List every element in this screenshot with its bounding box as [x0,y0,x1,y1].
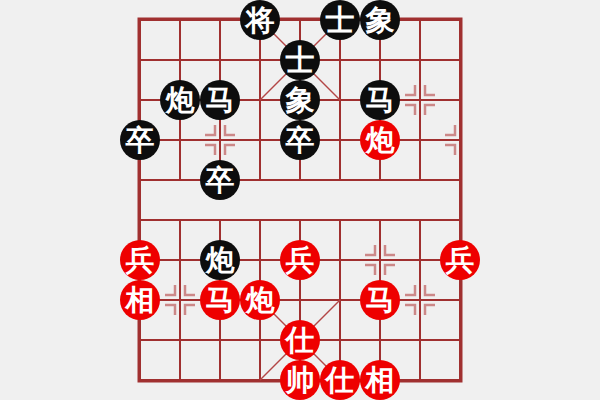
red-soldier[interactable]: 兵 [120,240,160,280]
black-soldier[interactable]: 卒 [120,120,160,160]
red-king[interactable]: 帅 [280,360,320,400]
black-soldier[interactable]: 卒 [200,160,240,200]
black-horse[interactable]: 马 [200,80,240,120]
red-cannon[interactable]: 炮 [240,280,280,320]
black-king[interactable]: 将 [240,0,280,40]
black-cannon[interactable]: 炮 [200,240,240,280]
black-horse[interactable]: 马 [360,80,400,120]
black-cannon[interactable]: 炮 [160,80,200,120]
red-advisor[interactable]: 仕 [280,320,320,360]
red-elephant[interactable]: 相 [360,360,400,400]
black-advisor[interactable]: 士 [320,0,360,40]
red-soldier[interactable]: 兵 [440,240,480,280]
red-cannon[interactable]: 炮 [360,120,400,160]
black-soldier[interactable]: 卒 [280,120,320,160]
black-elephant[interactable]: 象 [360,0,400,40]
red-elephant[interactable]: 相 [120,280,160,320]
black-elephant[interactable]: 象 [280,80,320,120]
red-soldier[interactable]: 兵 [280,240,320,280]
xiangqi-board: 将士象士炮马象马卒卒炮卒兵炮兵兵相马炮马仕帅仕相 [0,0,600,400]
red-advisor[interactable]: 仕 [320,360,360,400]
red-horse[interactable]: 马 [360,280,400,320]
pieces-layer: 将士象士炮马象马卒卒炮卒兵炮兵兵相马炮马仕帅仕相 [0,0,600,400]
black-advisor[interactable]: 士 [280,40,320,80]
red-horse[interactable]: 马 [200,280,240,320]
